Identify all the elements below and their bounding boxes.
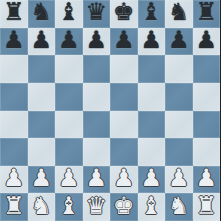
square-f4[interactable] bbox=[138, 111, 166, 139]
piece-black-bishop[interactable]: ♝ bbox=[140, 0, 162, 26]
square-a4[interactable] bbox=[0, 111, 28, 139]
piece-white-rook[interactable]: ♜ bbox=[195, 193, 217, 220]
piece-white-bishop[interactable]: ♝ bbox=[140, 193, 162, 220]
piece-black-pawn[interactable]: ♟ bbox=[168, 27, 190, 54]
square-a5[interactable] bbox=[0, 83, 28, 111]
square-f3[interactable] bbox=[138, 138, 166, 166]
square-c8[interactable]: ♝ bbox=[55, 0, 83, 28]
square-e8[interactable]: ♚ bbox=[110, 0, 138, 28]
square-b4[interactable] bbox=[28, 111, 56, 139]
square-b7[interactable]: ♟ bbox=[28, 28, 56, 56]
square-a1[interactable]: ♜ bbox=[0, 193, 28, 221]
square-h4[interactable] bbox=[193, 111, 221, 139]
piece-black-king[interactable]: ♚ bbox=[113, 0, 135, 26]
square-c1[interactable]: ♝ bbox=[55, 193, 83, 221]
square-e6[interactable] bbox=[110, 55, 138, 83]
piece-black-knight[interactable]: ♞ bbox=[30, 0, 52, 26]
square-d6[interactable] bbox=[83, 55, 111, 83]
piece-white-knight[interactable]: ♞ bbox=[30, 193, 52, 220]
chess-board: ♜♞♝♛♚♝♞♜♟♟♟♟♟♟♟♟♟♟♟♟♟♟♟♟♜♞♝♛♚♝♞♜ bbox=[0, 0, 220, 221]
square-b1[interactable]: ♞ bbox=[28, 193, 56, 221]
square-b3[interactable] bbox=[28, 138, 56, 166]
square-d5[interactable] bbox=[83, 83, 111, 111]
square-e3[interactable] bbox=[110, 138, 138, 166]
square-h8[interactable]: ♜ bbox=[193, 0, 221, 28]
piece-black-pawn[interactable]: ♟ bbox=[195, 27, 217, 54]
piece-black-knight[interactable]: ♞ bbox=[168, 0, 190, 26]
square-b6[interactable] bbox=[28, 55, 56, 83]
square-g7[interactable]: ♟ bbox=[165, 28, 193, 56]
square-a8[interactable]: ♜ bbox=[0, 0, 28, 28]
square-h2[interactable]: ♟ bbox=[193, 166, 221, 194]
square-b8[interactable]: ♞ bbox=[28, 0, 56, 28]
square-d3[interactable] bbox=[83, 138, 111, 166]
piece-black-pawn[interactable]: ♟ bbox=[58, 27, 80, 54]
square-h3[interactable] bbox=[193, 138, 221, 166]
square-f8[interactable]: ♝ bbox=[138, 0, 166, 28]
square-a3[interactable] bbox=[0, 138, 28, 166]
square-a7[interactable]: ♟ bbox=[0, 28, 28, 56]
square-d8[interactable]: ♛ bbox=[83, 0, 111, 28]
square-h5[interactable] bbox=[193, 83, 221, 111]
piece-white-pawn[interactable]: ♟ bbox=[195, 165, 217, 192]
square-d7[interactable]: ♟ bbox=[83, 28, 111, 56]
square-e2[interactable]: ♟ bbox=[110, 166, 138, 194]
square-g5[interactable] bbox=[165, 83, 193, 111]
square-c3[interactable] bbox=[55, 138, 83, 166]
square-a6[interactable] bbox=[0, 55, 28, 83]
square-b2[interactable]: ♟ bbox=[28, 166, 56, 194]
square-f1[interactable]: ♝ bbox=[138, 193, 166, 221]
square-c4[interactable] bbox=[55, 111, 83, 139]
square-e1[interactable]: ♚ bbox=[110, 193, 138, 221]
piece-white-pawn[interactable]: ♟ bbox=[85, 165, 107, 192]
piece-black-queen[interactable]: ♛ bbox=[85, 0, 107, 26]
square-f2[interactable]: ♟ bbox=[138, 166, 166, 194]
piece-black-rook[interactable]: ♜ bbox=[3, 0, 25, 26]
piece-white-pawn[interactable]: ♟ bbox=[58, 165, 80, 192]
square-g8[interactable]: ♞ bbox=[165, 0, 193, 28]
piece-white-knight[interactable]: ♞ bbox=[168, 193, 190, 220]
piece-white-pawn[interactable]: ♟ bbox=[113, 165, 135, 192]
piece-black-pawn[interactable]: ♟ bbox=[113, 27, 135, 54]
board-wrap: ♜♞♝♛♚♝♞♜♟♟♟♟♟♟♟♟♟♟♟♟♟♟♟♟♜♞♝♛♚♝♞♜ bbox=[0, 0, 220, 221]
square-b5[interactable] bbox=[28, 83, 56, 111]
piece-white-rook[interactable]: ♜ bbox=[3, 193, 25, 220]
piece-black-pawn[interactable]: ♟ bbox=[85, 27, 107, 54]
square-a2[interactable]: ♟ bbox=[0, 166, 28, 194]
square-h1[interactable]: ♜ bbox=[193, 193, 221, 221]
square-c5[interactable] bbox=[55, 83, 83, 111]
square-e7[interactable]: ♟ bbox=[110, 28, 138, 56]
square-g4[interactable] bbox=[165, 111, 193, 139]
square-c7[interactable]: ♟ bbox=[55, 28, 83, 56]
square-g1[interactable]: ♞ bbox=[165, 193, 193, 221]
square-f6[interactable] bbox=[138, 55, 166, 83]
piece-white-pawn[interactable]: ♟ bbox=[30, 165, 52, 192]
square-g2[interactable]: ♟ bbox=[165, 166, 193, 194]
piece-black-rook[interactable]: ♜ bbox=[195, 0, 217, 26]
piece-black-pawn[interactable]: ♟ bbox=[30, 27, 52, 54]
piece-white-bishop[interactable]: ♝ bbox=[58, 193, 80, 220]
square-h6[interactable] bbox=[193, 55, 221, 83]
square-d2[interactable]: ♟ bbox=[83, 166, 111, 194]
piece-black-pawn[interactable]: ♟ bbox=[3, 27, 25, 54]
piece-black-bishop[interactable]: ♝ bbox=[58, 0, 80, 26]
square-e5[interactable] bbox=[110, 83, 138, 111]
square-c6[interactable] bbox=[55, 55, 83, 83]
square-f7[interactable]: ♟ bbox=[138, 28, 166, 56]
square-f5[interactable] bbox=[138, 83, 166, 111]
square-e4[interactable] bbox=[110, 111, 138, 139]
piece-white-pawn[interactable]: ♟ bbox=[3, 165, 25, 192]
piece-white-pawn[interactable]: ♟ bbox=[140, 165, 162, 192]
piece-white-queen[interactable]: ♛ bbox=[85, 193, 107, 220]
square-d1[interactable]: ♛ bbox=[83, 193, 111, 221]
square-g3[interactable] bbox=[165, 138, 193, 166]
piece-white-pawn[interactable]: ♟ bbox=[168, 165, 190, 192]
square-d4[interactable] bbox=[83, 111, 111, 139]
piece-black-pawn[interactable]: ♟ bbox=[140, 27, 162, 54]
square-c2[interactable]: ♟ bbox=[55, 166, 83, 194]
square-g6[interactable] bbox=[165, 55, 193, 83]
square-h7[interactable]: ♟ bbox=[193, 28, 221, 56]
piece-white-king[interactable]: ♚ bbox=[113, 193, 135, 220]
